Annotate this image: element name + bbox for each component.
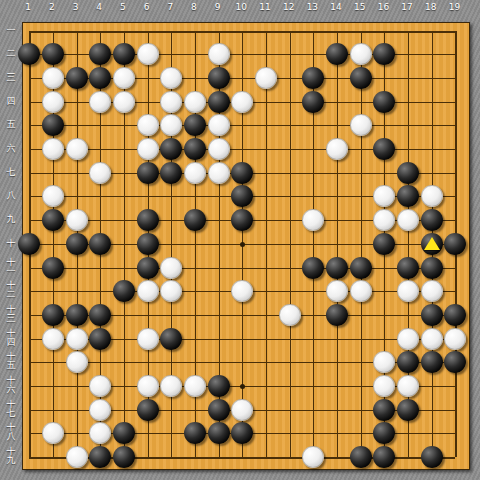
black-stone[interactable]	[66, 304, 88, 326]
black-stone[interactable]	[421, 446, 443, 468]
white-stone[interactable]	[231, 280, 253, 302]
white-stone[interactable]	[137, 138, 159, 160]
black-stone[interactable]	[444, 351, 466, 373]
black-stone[interactable]	[18, 43, 40, 65]
go-board[interactable]	[22, 22, 470, 470]
column-label: 14	[330, 2, 341, 12]
row-label: 十七	[7, 400, 16, 418]
white-stone[interactable]	[397, 328, 419, 350]
column-label: 12	[283, 2, 294, 12]
white-stone[interactable]	[66, 328, 88, 350]
white-stone[interactable]	[42, 138, 64, 160]
white-stone[interactable]	[89, 422, 111, 444]
black-stone[interactable]	[421, 351, 443, 373]
page-background: 12345678910111213141516171819 一二三四五六七八九十…	[0, 0, 480, 480]
black-stone[interactable]	[160, 138, 182, 160]
white-stone[interactable]	[184, 375, 206, 397]
black-stone[interactable]	[89, 304, 111, 326]
black-stone[interactable]	[373, 446, 395, 468]
white-stone[interactable]	[42, 328, 64, 350]
row-label: 三	[7, 73, 16, 82]
column-label: 15	[354, 2, 365, 12]
triangle-marker	[424, 237, 440, 250]
white-stone[interactable]	[302, 446, 324, 468]
black-stone[interactable]	[326, 43, 348, 65]
black-stone[interactable]	[113, 280, 135, 302]
black-stone[interactable]	[89, 43, 111, 65]
white-stone[interactable]	[421, 280, 443, 302]
white-stone[interactable]	[160, 91, 182, 113]
row-label: 四	[7, 96, 16, 105]
white-stone[interactable]	[66, 209, 88, 231]
row-label: 十一	[7, 258, 16, 276]
white-stone[interactable]	[326, 280, 348, 302]
column-label: 16	[378, 2, 389, 12]
black-stone[interactable]	[444, 304, 466, 326]
white-stone[interactable]	[421, 328, 443, 350]
column-label: 11	[259, 2, 270, 12]
black-stone[interactable]	[302, 91, 324, 113]
white-stone[interactable]	[89, 375, 111, 397]
column-label: 8	[191, 2, 197, 12]
row-label: 十四	[7, 329, 16, 347]
row-label: 六	[7, 144, 16, 153]
column-label: 10	[236, 2, 247, 12]
white-stone[interactable]	[397, 209, 419, 231]
black-stone[interactable]	[231, 422, 253, 444]
white-stone[interactable]	[184, 91, 206, 113]
grid-line-vertical	[290, 31, 291, 457]
white-stone[interactable]	[160, 114, 182, 136]
white-stone[interactable]	[113, 91, 135, 113]
black-stone[interactable]	[326, 304, 348, 326]
column-label: 6	[144, 2, 150, 12]
black-stone[interactable]	[89, 328, 111, 350]
white-stone[interactable]	[160, 280, 182, 302]
black-stone[interactable]	[373, 91, 395, 113]
black-stone[interactable]	[42, 209, 64, 231]
black-stone[interactable]	[350, 446, 372, 468]
grid-line-vertical	[266, 31, 267, 457]
black-stone[interactable]	[231, 162, 253, 184]
black-stone[interactable]	[397, 351, 419, 373]
row-label: 五	[7, 120, 16, 129]
row-label: 十六	[7, 376, 16, 394]
white-stone[interactable]	[89, 91, 111, 113]
white-stone[interactable]	[160, 67, 182, 89]
black-stone[interactable]	[66, 67, 88, 89]
column-label: 1	[25, 2, 31, 12]
black-stone[interactable]	[421, 209, 443, 231]
white-stone[interactable]	[397, 280, 419, 302]
black-stone[interactable]	[18, 233, 40, 255]
white-stone[interactable]	[231, 399, 253, 421]
column-label: 3	[73, 2, 79, 12]
column-label: 4	[96, 2, 102, 12]
column-label: 9	[215, 2, 221, 12]
black-stone[interactable]	[42, 43, 64, 65]
white-stone[interactable]	[66, 138, 88, 160]
white-stone[interactable]	[66, 351, 88, 373]
row-label: 九	[7, 215, 16, 224]
star-point	[240, 384, 245, 389]
white-stone[interactable]	[160, 257, 182, 279]
white-stone[interactable]	[42, 67, 64, 89]
black-stone[interactable]	[373, 422, 395, 444]
white-stone[interactable]	[208, 138, 230, 160]
row-label: 十五	[7, 352, 16, 370]
column-label: 17	[401, 2, 412, 12]
row-label: 七	[7, 167, 16, 176]
column-label: 5	[120, 2, 126, 12]
row-label: 十	[7, 238, 16, 247]
white-stone[interactable]	[231, 91, 253, 113]
black-stone[interactable]	[444, 233, 466, 255]
black-stone[interactable]	[302, 257, 324, 279]
white-stone[interactable]	[42, 91, 64, 113]
black-stone[interactable]	[208, 422, 230, 444]
white-stone[interactable]	[137, 375, 159, 397]
row-label: 十九	[7, 447, 16, 465]
black-stone[interactable]	[208, 67, 230, 89]
white-stone[interactable]	[137, 43, 159, 65]
white-stone[interactable]	[137, 280, 159, 302]
black-stone[interactable]	[89, 233, 111, 255]
white-stone[interactable]	[89, 162, 111, 184]
black-stone[interactable]	[42, 304, 64, 326]
black-stone[interactable]	[184, 114, 206, 136]
black-stone[interactable]	[89, 446, 111, 468]
black-stone[interactable]	[397, 185, 419, 207]
white-stone[interactable]	[137, 328, 159, 350]
black-stone[interactable]	[302, 67, 324, 89]
column-label: 13	[307, 2, 318, 12]
row-label: 十二	[7, 281, 16, 299]
white-stone[interactable]	[255, 67, 277, 89]
black-stone[interactable]	[373, 138, 395, 160]
black-stone[interactable]	[42, 114, 64, 136]
row-label: 十八	[7, 423, 16, 441]
white-stone[interactable]	[160, 375, 182, 397]
white-stone[interactable]	[279, 304, 301, 326]
white-stone[interactable]	[421, 185, 443, 207]
white-stone[interactable]	[89, 399, 111, 421]
black-stone[interactable]	[137, 209, 159, 231]
white-stone[interactable]	[184, 162, 206, 184]
white-stone[interactable]	[66, 446, 88, 468]
column-label: 19	[449, 2, 460, 12]
black-stone[interactable]	[160, 328, 182, 350]
black-stone[interactable]	[373, 399, 395, 421]
white-stone[interactable]	[373, 375, 395, 397]
white-stone[interactable]	[208, 43, 230, 65]
black-stone[interactable]	[421, 257, 443, 279]
black-stone[interactable]	[397, 162, 419, 184]
column-label: 7	[167, 2, 173, 12]
row-label: 十三	[7, 305, 16, 323]
white-stone[interactable]	[42, 422, 64, 444]
white-stone[interactable]	[444, 328, 466, 350]
column-label: 2	[49, 2, 55, 12]
black-stone[interactable]	[397, 399, 419, 421]
black-stone[interactable]	[208, 91, 230, 113]
white-stone[interactable]	[42, 185, 64, 207]
white-stone[interactable]	[326, 138, 348, 160]
row-label: 一	[7, 25, 16, 34]
black-stone[interactable]	[113, 446, 135, 468]
black-stone[interactable]	[137, 233, 159, 255]
black-stone[interactable]	[373, 233, 395, 255]
white-stone[interactable]	[208, 114, 230, 136]
white-stone[interactable]	[373, 351, 395, 373]
column-label: 18	[425, 2, 436, 12]
row-label: 二	[7, 49, 16, 58]
white-stone[interactable]	[137, 114, 159, 136]
black-stone[interactable]	[160, 162, 182, 184]
white-stone[interactable]	[350, 114, 372, 136]
black-stone[interactable]	[184, 138, 206, 160]
black-stone[interactable]	[350, 67, 372, 89]
white-stone[interactable]	[208, 162, 230, 184]
black-stone[interactable]	[137, 257, 159, 279]
black-stone[interactable]	[350, 257, 372, 279]
black-stone[interactable]	[137, 399, 159, 421]
white-stone[interactable]	[302, 209, 324, 231]
black-stone[interactable]	[42, 257, 64, 279]
black-stone[interactable]	[208, 375, 230, 397]
row-label: 八	[7, 191, 16, 200]
white-stone[interactable]	[397, 375, 419, 397]
black-stone[interactable]	[184, 422, 206, 444]
white-stone[interactable]	[350, 280, 372, 302]
black-stone[interactable]	[137, 162, 159, 184]
black-stone[interactable]	[208, 399, 230, 421]
black-stone[interactable]	[113, 43, 135, 65]
black-stone[interactable]	[373, 43, 395, 65]
black-stone[interactable]	[231, 209, 253, 231]
black-stone[interactable]	[397, 257, 419, 279]
black-stone[interactable]	[231, 185, 253, 207]
white-stone[interactable]	[350, 43, 372, 65]
white-stone[interactable]	[113, 67, 135, 89]
grid-line-vertical	[361, 31, 362, 457]
star-point	[240, 242, 245, 247]
black-stone[interactable]	[184, 209, 206, 231]
black-stone[interactable]	[113, 422, 135, 444]
black-stone[interactable]	[89, 67, 111, 89]
grid-line-vertical	[337, 31, 338, 457]
white-stone[interactable]	[373, 209, 395, 231]
black-stone[interactable]	[326, 257, 348, 279]
black-stone[interactable]	[421, 304, 443, 326]
black-stone[interactable]	[66, 233, 88, 255]
white-stone[interactable]	[373, 185, 395, 207]
grid-line-horizontal	[29, 268, 455, 269]
